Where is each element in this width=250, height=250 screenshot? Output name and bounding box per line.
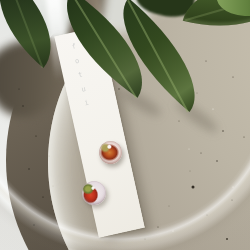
card-mark: i: [83, 100, 89, 108]
earring-stud-strawberry: [82, 181, 106, 205]
card-mark: u: [80, 86, 86, 94]
card-marks: f o t u i: [71, 43, 89, 107]
photo-stage: f o t u i: [0, 0, 250, 250]
earring-stud-amber: [99, 141, 122, 164]
card-mark: f: [71, 43, 77, 51]
card-mark: o: [74, 57, 80, 65]
card-mark: t: [77, 71, 83, 79]
